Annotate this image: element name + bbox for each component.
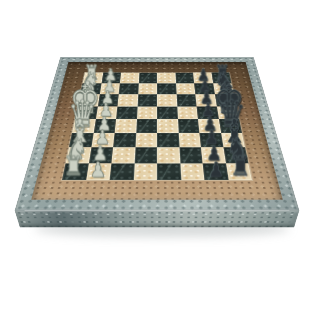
board-top-face: ♜♟♟♜♞♟♟♞♝♟♟♝♚♟♟♚♛♟♟♛♝♟♟♝♞♟♟♞♜♟♟♜ (15, 57, 299, 210)
board-square[interactable] (176, 83, 196, 94)
chess-piece-white-rook[interactable]: ♜ (64, 153, 84, 180)
board-square[interactable] (133, 163, 157, 180)
board-square[interactable] (157, 163, 181, 180)
board-square[interactable]: ♟ (86, 163, 112, 180)
board-square[interactable] (110, 163, 135, 180)
board-square[interactable] (180, 163, 205, 180)
board-square[interactable] (138, 83, 157, 94)
board-square[interactable] (157, 94, 177, 106)
board-square[interactable] (176, 94, 196, 106)
board-square[interactable] (157, 73, 176, 84)
board-square[interactable] (177, 106, 198, 119)
board-square[interactable]: ♜ (62, 163, 88, 180)
board-square[interactable] (120, 73, 139, 84)
board-square[interactable] (157, 106, 178, 119)
board-square[interactable] (134, 147, 157, 163)
board-square[interactable] (157, 119, 178, 133)
board-square[interactable]: ♟ (203, 163, 229, 180)
board-square[interactable] (137, 106, 158, 119)
board-square[interactable] (157, 83, 176, 94)
board-square[interactable] (175, 73, 194, 84)
chess-piece-black-pawn[interactable]: ♟ (208, 159, 224, 180)
board-square[interactable] (113, 133, 136, 148)
chess-piece-white-pawn[interactable]: ♟ (90, 159, 106, 180)
board-front-edge (15, 210, 299, 227)
board-square[interactable] (157, 133, 179, 148)
board-square[interactable] (117, 94, 137, 106)
chess-board: ♜♟♟♜♞♟♟♞♝♟♟♝♚♟♟♚♛♟♟♛♝♟♟♝♞♟♟♞♜♟♟♜ (15, 57, 299, 210)
board-square[interactable] (178, 119, 200, 133)
chess-set-photo: ♜♟♟♜♞♟♟♞♝♟♟♝♚♟♟♚♛♟♟♛♝♟♟♝♞♟♟♞♜♟♟♜ (0, 0, 320, 320)
chess-piece-black-rook[interactable]: ♜ (230, 153, 250, 180)
board-grid: ♜♟♟♜♞♟♟♞♝♟♟♝♚♟♟♚♛♟♟♛♝♟♟♝♞♟♟♞♜♟♟♜ (62, 73, 252, 180)
board-square[interactable] (135, 133, 157, 148)
board-square[interactable] (115, 119, 137, 133)
board-square[interactable] (138, 73, 157, 84)
board-square[interactable] (111, 147, 135, 163)
board-square[interactable] (179, 147, 203, 163)
board-square[interactable] (136, 119, 157, 133)
board-square[interactable] (178, 133, 201, 148)
board-square[interactable] (137, 94, 157, 106)
board-square[interactable] (157, 147, 180, 163)
board-square[interactable] (116, 106, 137, 119)
board-inner-border: ♜♟♟♜♞♟♟♞♝♟♟♝♚♟♟♚♛♟♟♛♝♟♟♝♞♟♟♞♜♟♟♜ (31, 62, 283, 200)
board-square[interactable] (119, 83, 139, 94)
board-square[interactable]: ♜ (226, 163, 252, 180)
